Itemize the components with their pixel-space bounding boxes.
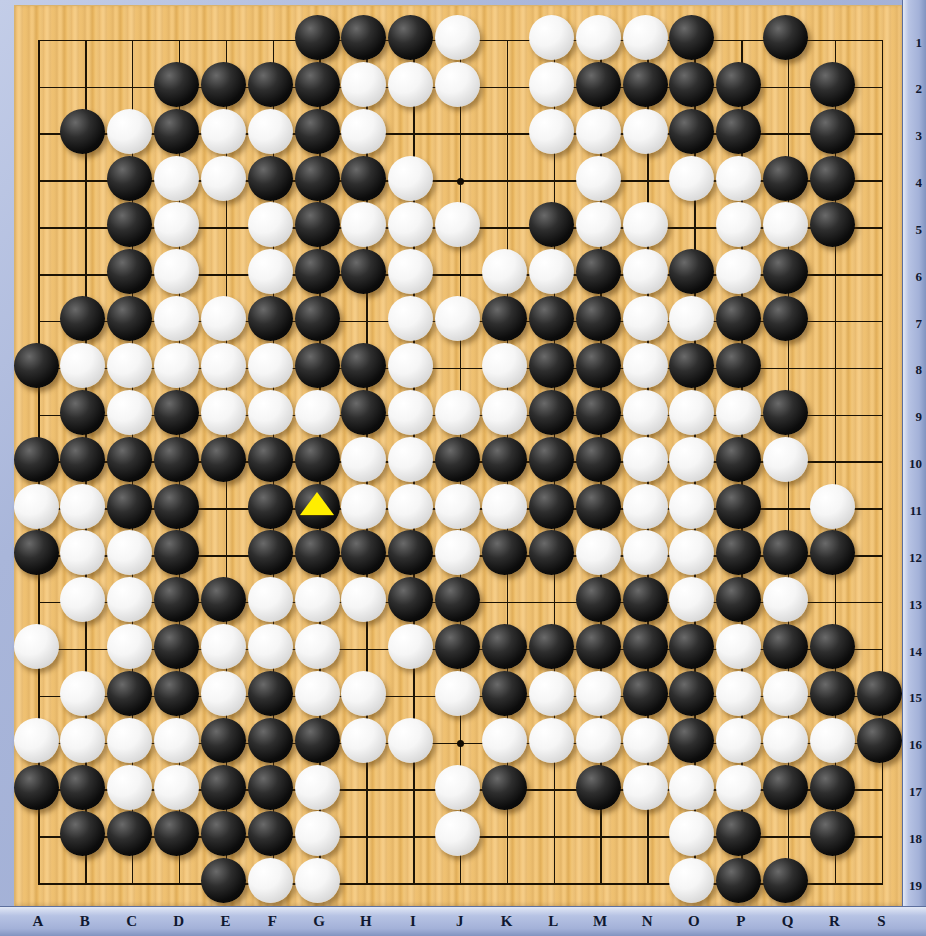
black-stone-H9 <box>341 390 386 435</box>
white-stone-J15 <box>435 671 480 716</box>
white-stone-P9 <box>716 390 761 435</box>
white-stone-P4 <box>716 156 761 201</box>
row-label-2: 2 <box>916 81 923 97</box>
white-stone-L3 <box>529 109 574 154</box>
white-stone-G15 <box>295 671 340 716</box>
column-label-D: D <box>173 913 184 930</box>
column-label-O: O <box>688 913 700 930</box>
white-stone-Q5 <box>763 202 808 247</box>
go-board[interactable] <box>14 5 905 908</box>
black-stone-F12 <box>248 530 293 575</box>
black-stone-M14 <box>576 624 621 669</box>
black-stone-H8 <box>341 343 386 388</box>
row-label-strip: 12345678910111213141516171819 <box>902 0 926 936</box>
black-stone-H12 <box>341 530 386 575</box>
white-stone-J12 <box>435 530 480 575</box>
white-stone-H5 <box>341 202 386 247</box>
black-stone-G6 <box>295 249 340 294</box>
star-point <box>457 178 464 185</box>
row-label-1: 1 <box>916 35 923 51</box>
white-stone-C13 <box>107 577 152 622</box>
column-label-C: C <box>126 913 137 930</box>
white-stone-O12 <box>669 530 714 575</box>
column-label-R: R <box>829 913 840 930</box>
black-stone-L8 <box>529 343 574 388</box>
white-stone-A11 <box>14 484 59 529</box>
black-stone-D18 <box>154 811 199 856</box>
white-stone-B11 <box>60 484 105 529</box>
black-stone-P18 <box>716 811 761 856</box>
black-stone-M9 <box>576 390 621 435</box>
column-label-F: F <box>268 913 277 930</box>
black-stone-I1 <box>388 15 433 60</box>
black-stone-Q9 <box>763 390 808 435</box>
white-stone-I10 <box>388 437 433 482</box>
black-stone-R2 <box>810 62 855 107</box>
black-stone-F10 <box>248 437 293 482</box>
white-stone-H13 <box>341 577 386 622</box>
black-stone-D3 <box>154 109 199 154</box>
white-stone-D17 <box>154 765 199 810</box>
white-stone-H11 <box>341 484 386 529</box>
black-stone-P11 <box>716 484 761 529</box>
black-stone-N14 <box>623 624 668 669</box>
white-stone-C8 <box>107 343 152 388</box>
white-stone-N1 <box>623 15 668 60</box>
white-stone-Q13 <box>763 577 808 622</box>
white-stone-B8 <box>60 343 105 388</box>
black-stone-G2 <box>295 62 340 107</box>
white-stone-C9 <box>107 390 152 435</box>
column-label-N: N <box>642 913 653 930</box>
black-stone-R3 <box>810 109 855 154</box>
white-stone-B16 <box>60 718 105 763</box>
white-stone-I9 <box>388 390 433 435</box>
white-stone-F8 <box>248 343 293 388</box>
black-stone-C11 <box>107 484 152 529</box>
black-stone-K15 <box>482 671 527 716</box>
white-stone-J1 <box>435 15 480 60</box>
black-stone-A17 <box>14 765 59 810</box>
white-stone-F19 <box>248 858 293 903</box>
white-stone-N10 <box>623 437 668 482</box>
column-label-H: H <box>360 913 372 930</box>
black-stone-G5 <box>295 202 340 247</box>
white-stone-F6 <box>248 249 293 294</box>
black-stone-B18 <box>60 811 105 856</box>
white-stone-O18 <box>669 811 714 856</box>
white-stone-K16 <box>482 718 527 763</box>
column-label-M: M <box>593 913 607 930</box>
black-stone-B17 <box>60 765 105 810</box>
black-stone-S15 <box>857 671 902 716</box>
black-stone-E16 <box>201 718 246 763</box>
black-stone-D13 <box>154 577 199 622</box>
black-stone-R17 <box>810 765 855 810</box>
black-stone-Q1 <box>763 15 808 60</box>
black-stone-Q14 <box>763 624 808 669</box>
white-stone-C17 <box>107 765 152 810</box>
white-stone-I2 <box>388 62 433 107</box>
row-label-3: 3 <box>916 128 923 144</box>
white-stone-C14 <box>107 624 152 669</box>
black-stone-Q17 <box>763 765 808 810</box>
black-stone-O8 <box>669 343 714 388</box>
black-stone-D10 <box>154 437 199 482</box>
white-stone-I4 <box>388 156 433 201</box>
white-stone-K8 <box>482 343 527 388</box>
black-stone-M11 <box>576 484 621 529</box>
white-stone-I5 <box>388 202 433 247</box>
white-stone-Q15 <box>763 671 808 716</box>
white-stone-F3 <box>248 109 293 154</box>
black-stone-C7 <box>107 296 152 341</box>
row-label-7: 7 <box>916 316 923 332</box>
white-stone-K9 <box>482 390 527 435</box>
white-stone-O13 <box>669 577 714 622</box>
black-stone-B10 <box>60 437 105 482</box>
white-stone-G17 <box>295 765 340 810</box>
white-stone-L2 <box>529 62 574 107</box>
black-stone-L7 <box>529 296 574 341</box>
black-stone-E13 <box>201 577 246 622</box>
black-stone-D15 <box>154 671 199 716</box>
white-stone-D16 <box>154 718 199 763</box>
white-stone-D4 <box>154 156 199 201</box>
black-stone-O1 <box>669 15 714 60</box>
black-stone-B9 <box>60 390 105 435</box>
white-stone-P16 <box>716 718 761 763</box>
black-stone-O2 <box>669 62 714 107</box>
black-stone-E2 <box>201 62 246 107</box>
black-stone-O3 <box>669 109 714 154</box>
white-stone-H3 <box>341 109 386 154</box>
black-stone-O16 <box>669 718 714 763</box>
white-stone-B15 <box>60 671 105 716</box>
black-stone-G12 <box>295 530 340 575</box>
black-stone-C10 <box>107 437 152 482</box>
white-stone-O17 <box>669 765 714 810</box>
white-stone-H10 <box>341 437 386 482</box>
white-stone-F13 <box>248 577 293 622</box>
black-stone-F17 <box>248 765 293 810</box>
white-stone-E9 <box>201 390 246 435</box>
black-stone-R4 <box>810 156 855 201</box>
row-label-4: 4 <box>916 175 923 191</box>
white-stone-F9 <box>248 390 293 435</box>
black-stone-P3 <box>716 109 761 154</box>
black-stone-E17 <box>201 765 246 810</box>
black-stone-A12 <box>14 530 59 575</box>
black-stone-K14 <box>482 624 527 669</box>
black-stone-G16 <box>295 718 340 763</box>
white-stone-J9 <box>435 390 480 435</box>
white-stone-J11 <box>435 484 480 529</box>
black-stone-P8 <box>716 343 761 388</box>
black-stone-G10 <box>295 437 340 482</box>
white-stone-O19 <box>669 858 714 903</box>
white-stone-G13 <box>295 577 340 622</box>
black-stone-M17 <box>576 765 621 810</box>
column-label-A: A <box>33 913 44 930</box>
black-stone-M6 <box>576 249 621 294</box>
white-stone-N12 <box>623 530 668 575</box>
white-stone-J18 <box>435 811 480 856</box>
white-stone-Q16 <box>763 718 808 763</box>
black-stone-F7 <box>248 296 293 341</box>
black-stone-M8 <box>576 343 621 388</box>
black-stone-J13 <box>435 577 480 622</box>
white-stone-P15 <box>716 671 761 716</box>
white-stone-L1 <box>529 15 574 60</box>
black-stone-R15 <box>810 671 855 716</box>
white-stone-P6 <box>716 249 761 294</box>
black-stone-P12 <box>716 530 761 575</box>
row-label-11: 11 <box>910 503 922 519</box>
black-stone-Q12 <box>763 530 808 575</box>
white-stone-L15 <box>529 671 574 716</box>
black-stone-N13 <box>623 577 668 622</box>
black-stone-L14 <box>529 624 574 669</box>
column-label-L: L <box>548 913 558 930</box>
black-stone-D12 <box>154 530 199 575</box>
column-label-I: I <box>410 913 416 930</box>
black-stone-F4 <box>248 156 293 201</box>
white-stone-R16 <box>810 718 855 763</box>
black-stone-M2 <box>576 62 621 107</box>
black-stone-F16 <box>248 718 293 763</box>
black-stone-G8 <box>295 343 340 388</box>
white-stone-C12 <box>107 530 152 575</box>
white-stone-I16 <box>388 718 433 763</box>
white-stone-G19 <box>295 858 340 903</box>
white-stone-E4 <box>201 156 246 201</box>
white-stone-N8 <box>623 343 668 388</box>
black-stone-Q19 <box>763 858 808 903</box>
white-stone-P5 <box>716 202 761 247</box>
white-stone-N6 <box>623 249 668 294</box>
black-stone-C15 <box>107 671 152 716</box>
black-stone-Q7 <box>763 296 808 341</box>
row-label-16: 16 <box>909 737 922 753</box>
white-stone-N3 <box>623 109 668 154</box>
black-stone-C5 <box>107 202 152 247</box>
black-stone-G3 <box>295 109 340 154</box>
white-stone-D7 <box>154 296 199 341</box>
white-stone-E8 <box>201 343 246 388</box>
white-stone-G9 <box>295 390 340 435</box>
black-stone-O15 <box>669 671 714 716</box>
black-stone-J10 <box>435 437 480 482</box>
black-stone-R14 <box>810 624 855 669</box>
black-stone-R5 <box>810 202 855 247</box>
black-stone-M13 <box>576 577 621 622</box>
white-stone-N11 <box>623 484 668 529</box>
white-stone-L6 <box>529 249 574 294</box>
black-stone-L12 <box>529 530 574 575</box>
white-stone-J7 <box>435 296 480 341</box>
black-stone-L9 <box>529 390 574 435</box>
white-stone-J17 <box>435 765 480 810</box>
white-stone-L16 <box>529 718 574 763</box>
black-stone-K17 <box>482 765 527 810</box>
white-stone-O9 <box>669 390 714 435</box>
black-stone-F2 <box>248 62 293 107</box>
last-move-triangle-marker <box>300 492 334 515</box>
black-stone-K7 <box>482 296 527 341</box>
white-stone-F14 <box>248 624 293 669</box>
white-stone-I8 <box>388 343 433 388</box>
black-stone-E19 <box>201 858 246 903</box>
black-stone-D9 <box>154 390 199 435</box>
black-stone-G1 <box>295 15 340 60</box>
white-stone-I7 <box>388 296 433 341</box>
white-stone-M3 <box>576 109 621 154</box>
white-stone-D6 <box>154 249 199 294</box>
black-stone-K10 <box>482 437 527 482</box>
black-stone-D14 <box>154 624 199 669</box>
black-stone-O14 <box>669 624 714 669</box>
black-stone-D2 <box>154 62 199 107</box>
white-stone-M5 <box>576 202 621 247</box>
black-stone-I12 <box>388 530 433 575</box>
white-stone-M16 <box>576 718 621 763</box>
black-stone-E10 <box>201 437 246 482</box>
row-label-12: 12 <box>909 550 922 566</box>
black-stone-J14 <box>435 624 480 669</box>
black-stone-C4 <box>107 156 152 201</box>
black-stone-Q6 <box>763 249 808 294</box>
black-stone-R12 <box>810 530 855 575</box>
black-stone-F18 <box>248 811 293 856</box>
column-label-P: P <box>736 913 745 930</box>
white-stone-A14 <box>14 624 59 669</box>
row-label-14: 14 <box>909 644 922 660</box>
column-label-J: J <box>456 913 464 930</box>
star-point <box>457 740 464 747</box>
black-stone-O6 <box>669 249 714 294</box>
row-label-19: 19 <box>909 878 922 894</box>
black-stone-F15 <box>248 671 293 716</box>
white-stone-P17 <box>716 765 761 810</box>
column-label-K: K <box>501 913 513 930</box>
black-stone-H4 <box>341 156 386 201</box>
black-stone-L11 <box>529 484 574 529</box>
black-stone-D11 <box>154 484 199 529</box>
white-stone-F5 <box>248 202 293 247</box>
white-stone-H16 <box>341 718 386 763</box>
white-stone-B12 <box>60 530 105 575</box>
black-stone-L10 <box>529 437 574 482</box>
black-stone-H6 <box>341 249 386 294</box>
black-stone-R18 <box>810 811 855 856</box>
white-stone-K6 <box>482 249 527 294</box>
black-stone-C6 <box>107 249 152 294</box>
row-label-9: 9 <box>916 409 923 425</box>
black-stone-P13 <box>716 577 761 622</box>
white-stone-E15 <box>201 671 246 716</box>
black-stone-S16 <box>857 718 902 763</box>
black-stone-N2 <box>623 62 668 107</box>
black-stone-G4 <box>295 156 340 201</box>
column-label-E: E <box>220 913 230 930</box>
white-stone-E14 <box>201 624 246 669</box>
black-stone-Q4 <box>763 156 808 201</box>
black-stone-I13 <box>388 577 433 622</box>
white-stone-B13 <box>60 577 105 622</box>
black-stone-N15 <box>623 671 668 716</box>
white-stone-A16 <box>14 718 59 763</box>
black-stone-F11 <box>248 484 293 529</box>
white-stone-M15 <box>576 671 621 716</box>
go-client-window: 12345678910111213141516171819 ABCDEFGHIJ… <box>0 0 926 936</box>
black-stone-P2 <box>716 62 761 107</box>
black-stone-A8 <box>14 343 59 388</box>
black-stone-B7 <box>60 296 105 341</box>
white-stone-J5 <box>435 202 480 247</box>
black-stone-P7 <box>716 296 761 341</box>
row-label-10: 10 <box>909 456 922 472</box>
row-label-17: 17 <box>909 784 922 800</box>
white-stone-O10 <box>669 437 714 482</box>
column-label-Q: Q <box>782 913 794 930</box>
black-stone-L5 <box>529 202 574 247</box>
white-stone-Q10 <box>763 437 808 482</box>
row-label-13: 13 <box>909 597 922 613</box>
white-stone-P14 <box>716 624 761 669</box>
white-stone-H15 <box>341 671 386 716</box>
column-label-G: G <box>313 913 325 930</box>
white-stone-I14 <box>388 624 433 669</box>
black-stone-M10 <box>576 437 621 482</box>
white-stone-H2 <box>341 62 386 107</box>
white-stone-N17 <box>623 765 668 810</box>
row-label-15: 15 <box>909 690 922 706</box>
black-stone-C18 <box>107 811 152 856</box>
white-stone-D8 <box>154 343 199 388</box>
row-label-6: 6 <box>916 269 923 285</box>
column-label-B: B <box>80 913 90 930</box>
white-stone-M4 <box>576 156 621 201</box>
white-stone-G18 <box>295 811 340 856</box>
white-stone-N7 <box>623 296 668 341</box>
white-stone-O4 <box>669 156 714 201</box>
black-stone-H1 <box>341 15 386 60</box>
white-stone-O7 <box>669 296 714 341</box>
white-stone-C3 <box>107 109 152 154</box>
column-label-strip: ABCDEFGHIJKLMNOPQRS <box>0 906 926 936</box>
row-label-5: 5 <box>916 222 923 238</box>
black-stone-E18 <box>201 811 246 856</box>
white-stone-D5 <box>154 202 199 247</box>
black-stone-P10 <box>716 437 761 482</box>
black-stone-M7 <box>576 296 621 341</box>
row-label-8: 8 <box>916 362 923 378</box>
black-stone-B3 <box>60 109 105 154</box>
black-stone-P19 <box>716 858 761 903</box>
white-stone-C16 <box>107 718 152 763</box>
white-stone-R11 <box>810 484 855 529</box>
white-stone-N9 <box>623 390 668 435</box>
black-stone-G7 <box>295 296 340 341</box>
black-stone-A10 <box>14 437 59 482</box>
column-label-S: S <box>877 913 885 930</box>
white-stone-N16 <box>623 718 668 763</box>
white-stone-M12 <box>576 530 621 575</box>
white-stone-I11 <box>388 484 433 529</box>
white-stone-K11 <box>482 484 527 529</box>
black-stone-K12 <box>482 530 527 575</box>
